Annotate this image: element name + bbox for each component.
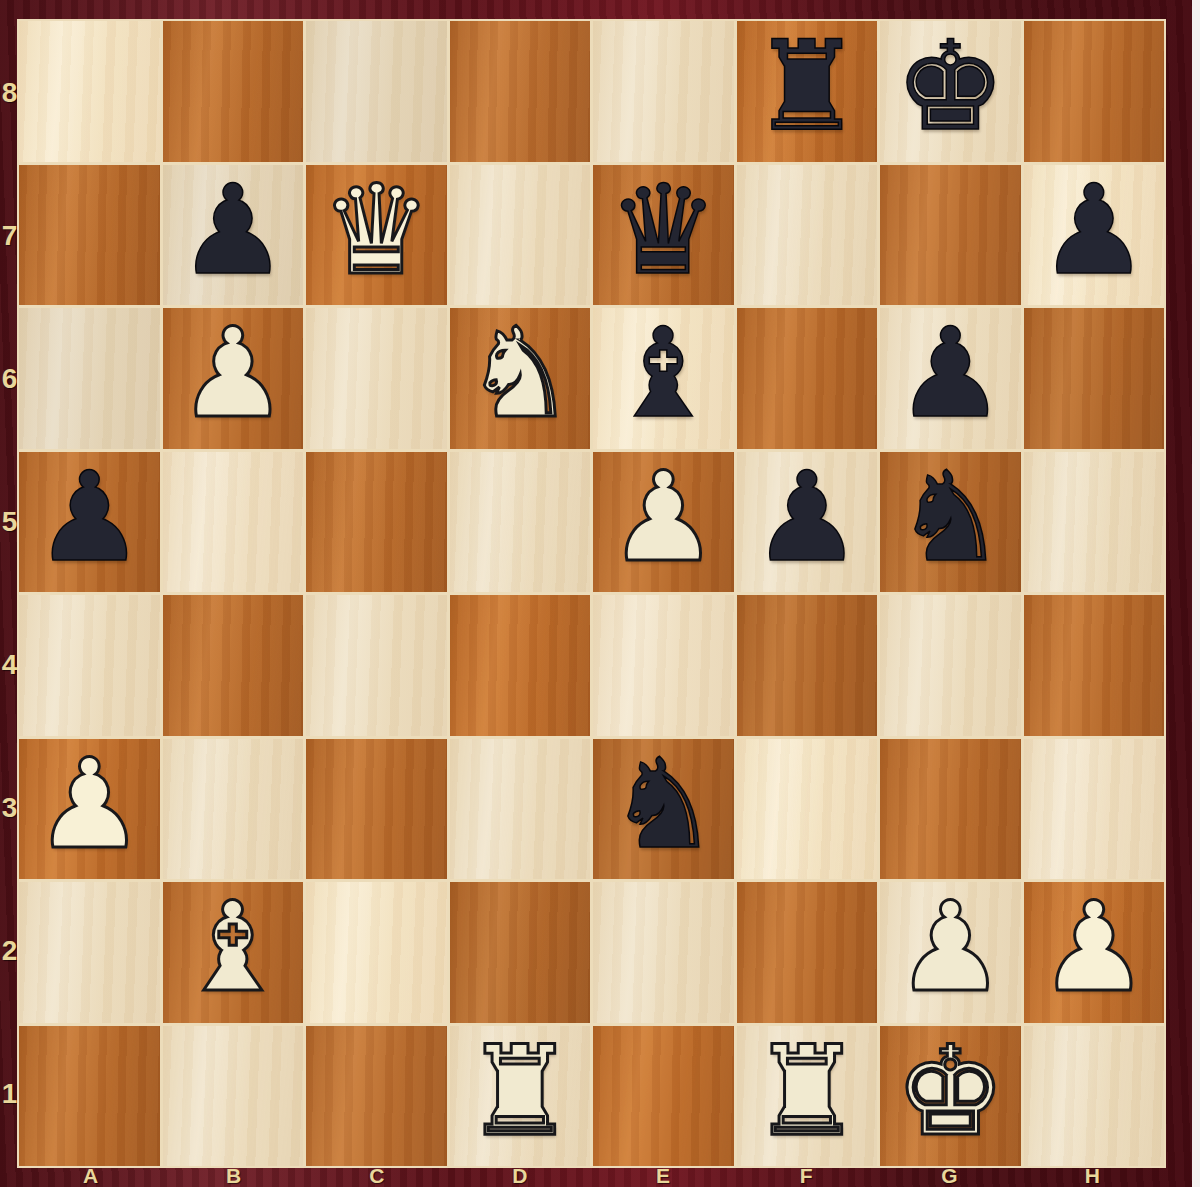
piece-black-pawn[interactable]: ♟ [1038, 168, 1149, 292]
square-h4[interactable] [1024, 595, 1165, 736]
square-e5[interactable]: ♟ [593, 452, 734, 593]
square-a1[interactable] [19, 1026, 160, 1167]
piece-white-bishop[interactable]: ♝ [177, 885, 288, 1009]
square-c5[interactable] [306, 452, 447, 593]
square-e6[interactable]: ♝ [593, 308, 734, 449]
square-e2[interactable] [593, 882, 734, 1023]
square-b2[interactable]: ♝ [163, 882, 304, 1023]
square-a7[interactable] [19, 165, 160, 306]
square-a2[interactable] [19, 882, 160, 1023]
piece-black-king[interactable]: ♚ [895, 24, 1006, 148]
square-d3[interactable] [450, 739, 591, 880]
chess-board: ♜♚♟♛♛♟♟♞♝♟♟♟♟♞♟♞♝♟♟♜♜♚ [17, 19, 1166, 1168]
square-c1[interactable] [306, 1026, 447, 1167]
square-e3[interactable]: ♞ [593, 739, 734, 880]
square-b6[interactable]: ♟ [163, 308, 304, 449]
square-g5[interactable]: ♞ [880, 452, 1021, 593]
square-a6[interactable] [19, 308, 160, 449]
square-a5[interactable]: ♟ [19, 452, 160, 593]
square-h7[interactable]: ♟ [1024, 165, 1165, 306]
square-f5[interactable]: ♟ [737, 452, 878, 593]
piece-white-pawn[interactable]: ♟ [608, 455, 719, 579]
square-b4[interactable] [163, 595, 304, 736]
square-b1[interactable] [163, 1026, 304, 1167]
piece-white-rook[interactable]: ♜ [464, 1029, 575, 1153]
file-label-g: G [878, 1165, 1021, 1187]
piece-white-knight[interactable]: ♞ [464, 311, 575, 435]
piece-black-knight[interactable]: ♞ [608, 742, 719, 866]
piece-white-pawn[interactable]: ♟ [34, 742, 145, 866]
piece-white-pawn[interactable]: ♟ [1038, 885, 1149, 1009]
square-e4[interactable] [593, 595, 734, 736]
file-label-b: B [162, 1165, 305, 1187]
piece-black-knight[interactable]: ♞ [895, 455, 1006, 579]
file-labels: ABCDEFGH [19, 1165, 1164, 1187]
file-label-h: H [1021, 1165, 1164, 1187]
piece-black-bishop[interactable]: ♝ [608, 311, 719, 435]
square-c8[interactable] [306, 21, 447, 162]
file-label-a: A [19, 1165, 162, 1187]
file-label-e: E [592, 1165, 735, 1187]
file-label-d: D [448, 1165, 591, 1187]
file-label-f: F [735, 1165, 878, 1187]
piece-white-pawn[interactable]: ♟ [177, 311, 288, 435]
piece-white-pawn[interactable]: ♟ [895, 885, 1006, 1009]
square-f7[interactable] [737, 165, 878, 306]
square-c6[interactable] [306, 308, 447, 449]
piece-black-pawn[interactable]: ♟ [34, 455, 145, 579]
square-g7[interactable] [880, 165, 1021, 306]
square-c7[interactable]: ♛ [306, 165, 447, 306]
file-label-c: C [305, 1165, 448, 1187]
square-h5[interactable] [1024, 452, 1165, 593]
square-h1[interactable] [1024, 1026, 1165, 1167]
square-g2[interactable]: ♟ [880, 882, 1021, 1023]
piece-black-rook[interactable]: ♜ [751, 24, 862, 148]
square-f2[interactable] [737, 882, 878, 1023]
square-c2[interactable] [306, 882, 447, 1023]
square-h2[interactable]: ♟ [1024, 882, 1165, 1023]
piece-white-king[interactable]: ♚ [895, 1029, 1006, 1153]
square-d7[interactable] [450, 165, 591, 306]
square-d6[interactable]: ♞ [450, 308, 591, 449]
square-h3[interactable] [1024, 739, 1165, 880]
square-f4[interactable] [737, 595, 878, 736]
square-e8[interactable] [593, 21, 734, 162]
square-d5[interactable] [450, 452, 591, 593]
square-f3[interactable] [737, 739, 878, 880]
square-e1[interactable] [593, 1026, 734, 1167]
square-f1[interactable]: ♜ [737, 1026, 878, 1167]
square-b8[interactable] [163, 21, 304, 162]
square-h8[interactable] [1024, 21, 1165, 162]
board-frame: 87654321 ♜♚♟♛♛♟♟♞♝♟♟♟♟♞♟♞♝♟♟♜♜♚ ABCDEFGH [0, 0, 1192, 1187]
square-d8[interactable] [450, 21, 591, 162]
piece-black-queen[interactable]: ♛ [608, 168, 719, 292]
square-a3[interactable]: ♟ [19, 739, 160, 880]
piece-black-pawn[interactable]: ♟ [177, 168, 288, 292]
page-edge [1192, 0, 1200, 1187]
piece-white-queen[interactable]: ♛ [321, 168, 432, 292]
piece-black-pawn[interactable]: ♟ [751, 455, 862, 579]
square-b3[interactable] [163, 739, 304, 880]
square-h6[interactable] [1024, 308, 1165, 449]
square-g1[interactable]: ♚ [880, 1026, 1021, 1167]
piece-white-rook[interactable]: ♜ [751, 1029, 862, 1153]
square-d2[interactable] [450, 882, 591, 1023]
square-d1[interactable]: ♜ [450, 1026, 591, 1167]
square-a4[interactable] [19, 595, 160, 736]
square-g6[interactable]: ♟ [880, 308, 1021, 449]
square-b7[interactable]: ♟ [163, 165, 304, 306]
square-c3[interactable] [306, 739, 447, 880]
square-c4[interactable] [306, 595, 447, 736]
square-f6[interactable] [737, 308, 878, 449]
square-g3[interactable] [880, 739, 1021, 880]
piece-black-pawn[interactable]: ♟ [895, 311, 1006, 435]
square-e7[interactable]: ♛ [593, 165, 734, 306]
square-b5[interactable] [163, 452, 304, 593]
square-g8[interactable]: ♚ [880, 21, 1021, 162]
square-a8[interactable] [19, 21, 160, 162]
square-g4[interactable] [880, 595, 1021, 736]
square-d4[interactable] [450, 595, 591, 736]
square-f8[interactable]: ♜ [737, 21, 878, 162]
